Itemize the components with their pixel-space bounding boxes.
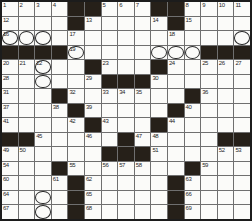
cell-r6-c5[interactable] (68, 75, 84, 89)
cell-r13-c10[interactable] (151, 176, 167, 190)
black-cell-r15-c5 (68, 205, 84, 219)
clue-number-49: 49 (3, 147, 9, 153)
cell-r9-c15[interactable] (234, 118, 250, 132)
cell-r10-c9[interactable]: 47 (135, 133, 151, 147)
cell-r13-c13[interactable] (201, 176, 217, 190)
cell-r3-c6[interactable] (85, 31, 101, 45)
cell-r7-c5[interactable]: 32 (68, 89, 84, 103)
clue-number-2: 2 (20, 2, 23, 8)
clue-number-29: 29 (86, 75, 92, 81)
black-cell-r2-c11 (168, 17, 184, 31)
circle-marker-r4-c10 (151, 46, 167, 60)
clue-number-30: 30 (152, 75, 158, 81)
cell-r8-c15[interactable] (234, 104, 250, 118)
cell-r9-c14[interactable] (218, 118, 234, 132)
cell-r12-c11[interactable] (168, 162, 184, 176)
clue-number-31: 31 (3, 89, 9, 95)
cell-r1-c7[interactable]: 5 (102, 2, 118, 16)
cell-r13-c15[interactable] (234, 176, 250, 190)
clue-number-45: 45 (36, 133, 42, 139)
cell-r3-c13[interactable] (201, 31, 217, 45)
cell-r4-c9[interactable] (135, 46, 151, 60)
black-cell-r9-c10 (151, 118, 167, 132)
cell-r14-c13[interactable] (201, 191, 217, 205)
cell-r7-c7[interactable]: 33 (102, 89, 118, 103)
black-cell-r1-c6 (85, 2, 101, 16)
clue-number-59: 59 (202, 162, 208, 168)
cell-r1-c2[interactable]: 2 (19, 2, 35, 16)
cell-r11-c13[interactable] (201, 147, 217, 161)
cell-r5-c14[interactable]: 26 (218, 60, 234, 74)
circle-marker-r4-c12 (185, 46, 201, 60)
circle-marker-r4-c11 (168, 46, 184, 60)
cell-r12-c10[interactable] (151, 162, 167, 176)
clue-number-20: 20 (3, 60, 9, 66)
cell-r5-c13[interactable]: 25 (201, 60, 217, 74)
cell-r7-c1[interactable]: 31 (2, 89, 18, 103)
cell-r14-c2[interactable] (19, 191, 35, 205)
black-cell-r14-c5 (68, 191, 84, 205)
cell-r11-c4[interactable] (52, 147, 68, 161)
black-cell-r6-c9 (135, 75, 151, 89)
black-cell-r5-c10 (151, 60, 167, 74)
cell-r15-c10[interactable] (151, 205, 167, 219)
black-cell-r11-c8 (118, 147, 134, 161)
clue-number-34: 34 (119, 89, 125, 95)
black-cell-r6-c8 (118, 75, 134, 89)
cell-r11-c10[interactable]: 51 (151, 147, 167, 161)
clue-number-41: 41 (3, 118, 9, 124)
cell-r13-c1[interactable]: 60 (2, 176, 18, 190)
cell-r2-c8[interactable] (118, 17, 134, 31)
cell-r9-c1[interactable]: 41 (2, 118, 18, 132)
cell-r5-c5[interactable] (68, 60, 84, 74)
cell-r5-c8[interactable] (118, 60, 134, 74)
cell-r15-c1[interactable]: 67 (2, 205, 18, 219)
cell-r1-c3[interactable]: 3 (35, 2, 51, 16)
cell-r3-c12[interactable] (185, 31, 201, 45)
cell-r9-c8[interactable] (118, 118, 134, 132)
black-cell-r10-c8 (118, 133, 134, 147)
cell-r11-c12[interactable] (185, 147, 201, 161)
cell-r3-c10[interactable] (151, 31, 167, 45)
cell-r3-c2[interactable] (19, 31, 35, 45)
clue-number-54: 54 (3, 162, 9, 168)
clue-number-10: 10 (219, 2, 225, 8)
cell-r13-c3[interactable] (35, 176, 51, 190)
black-cell-r12-c12 (185, 162, 201, 176)
circle-marker-r3-c3 (35, 31, 51, 45)
clue-number-42: 42 (69, 118, 75, 124)
cell-r2-c2[interactable] (19, 17, 35, 31)
clue-number-12: 12 (3, 17, 9, 23)
cell-r5-c1[interactable]: 20 (2, 60, 18, 74)
cell-r7-c6[interactable] (85, 89, 101, 103)
cell-r15-c6[interactable]: 68 (85, 205, 101, 219)
cell-r2-c15[interactable] (234, 17, 250, 31)
cell-r10-c13[interactable] (201, 133, 217, 147)
clue-number-52: 52 (219, 147, 225, 153)
clue-number-65: 65 (86, 191, 92, 197)
black-cell-r10-c2 (19, 133, 35, 147)
cell-r14-c7[interactable] (102, 191, 118, 205)
cell-r15-c12[interactable]: 69 (185, 205, 201, 219)
cell-r14-c12[interactable]: 66 (185, 191, 201, 205)
cell-r10-c10[interactable]: 48 (151, 133, 167, 147)
cell-r15-c9[interactable] (135, 205, 151, 219)
cell-r14-c14[interactable] (218, 191, 234, 205)
black-cell-r1-c5 (68, 2, 84, 16)
cell-r2-c13[interactable] (201, 17, 217, 31)
clue-number-33: 33 (103, 89, 109, 95)
cell-r9-c5[interactable]: 42 (68, 118, 84, 132)
cell-r9-c7[interactable]: 43 (102, 118, 118, 132)
circle-marker-r15-c3 (35, 205, 51, 219)
clue-number-66: 66 (186, 191, 192, 197)
clue-number-5: 5 (103, 2, 106, 8)
clue-number-61: 61 (53, 176, 59, 182)
cell-r1-c12[interactable]: 8 (185, 2, 201, 16)
cell-r5-c7[interactable]: 23 (102, 60, 118, 74)
black-cell-r10-c1 (2, 133, 18, 147)
clue-number-6: 6 (119, 2, 122, 8)
cell-r5-c2[interactable]: 21 (19, 60, 35, 74)
cell-r6-c2[interactable] (19, 75, 35, 89)
cell-r4-c7[interactable] (102, 46, 118, 60)
clue-number-11: 11 (235, 2, 240, 8)
cell-r9-c9[interactable] (135, 118, 151, 132)
cell-r8-c12[interactable]: 40 (185, 104, 201, 118)
black-cell-r8-c11 (168, 104, 184, 118)
cell-r12-c6[interactable] (85, 162, 101, 176)
cell-r7-c8[interactable]: 34 (118, 89, 134, 103)
cell-r1-c9[interactable]: 7 (135, 2, 151, 16)
cell-r13-c7[interactable] (102, 176, 118, 190)
cell-r9-c2[interactable] (19, 118, 35, 132)
cell-r11-c5[interactable] (68, 147, 84, 161)
cell-r8-c9[interactable] (135, 104, 151, 118)
clue-number-1: 1 (3, 2, 6, 8)
clue-number-9: 9 (202, 2, 205, 8)
cell-r14-c4[interactable] (52, 191, 68, 205)
circle-marker-r3-c15 (234, 31, 250, 45)
cell-r8-c6[interactable]: 39 (85, 104, 101, 118)
cell-r2-c10[interactable]: 14 (151, 17, 167, 31)
cell-r5-c12[interactable] (185, 60, 201, 74)
cell-r8-c14[interactable] (218, 104, 234, 118)
circle-marker-r6-c3 (35, 75, 51, 89)
cell-r10-c3[interactable]: 45 (35, 133, 51, 147)
clue-number-60: 60 (3, 176, 9, 182)
clue-number-14: 14 (152, 17, 158, 23)
cell-r4-c11[interactable] (168, 46, 184, 60)
cell-r15-c7[interactable] (102, 205, 118, 219)
cell-r15-c3[interactable] (35, 205, 51, 219)
cell-r12-c7[interactable]: 56 (102, 162, 118, 176)
cell-r5-c3[interactable]: 22 (35, 60, 51, 74)
cell-r12-c14[interactable] (218, 162, 234, 176)
circle-marker-r3-c2 (19, 31, 35, 45)
black-cell-r11-c9 (135, 147, 151, 161)
cell-r13-c9[interactable] (135, 176, 151, 190)
cell-r3-c14[interactable] (218, 31, 234, 45)
black-cell-r4-c1 (2, 46, 18, 60)
cell-r14-c3[interactable] (35, 191, 51, 205)
cell-r14-c8[interactable] (118, 191, 134, 205)
clue-number-43: 43 (103, 118, 109, 124)
black-cell-r10-c14 (218, 133, 234, 147)
cell-r8-c2[interactable] (19, 104, 35, 118)
cell-r10-c11[interactable] (168, 133, 184, 147)
cell-r12-c15[interactable] (234, 162, 250, 176)
cell-r6-c13[interactable] (201, 75, 217, 89)
cell-r6-c11[interactable] (168, 75, 184, 89)
circle-marker-r14-c3 (35, 191, 51, 205)
black-cell-r10-c15 (234, 133, 250, 147)
clue-number-8: 8 (186, 2, 189, 8)
cell-r8-c4[interactable]: 38 (52, 104, 68, 118)
clue-number-48: 48 (152, 133, 158, 139)
cell-r7-c14[interactable] (218, 89, 234, 103)
black-cell-r4-c2 (19, 46, 35, 60)
cell-r9-c12[interactable] (185, 118, 201, 132)
cell-r15-c4[interactable] (52, 205, 68, 219)
black-cell-r7-c12 (185, 89, 201, 103)
cell-r7-c10[interactable] (151, 89, 167, 103)
cell-r7-c13[interactable]: 36 (201, 89, 217, 103)
clue-number-37: 37 (3, 104, 9, 110)
cell-r10-c7[interactable] (102, 133, 118, 147)
cell-r2-c9[interactable] (135, 17, 151, 31)
cell-r14-c10[interactable] (151, 191, 167, 205)
cell-r4-c12[interactable] (185, 46, 201, 60)
cell-r13-c4[interactable]: 61 (52, 176, 68, 190)
cell-r8-c13[interactable] (201, 104, 217, 118)
cell-r10-c5[interactable] (68, 133, 84, 147)
cell-r11-c15[interactable]: 53 (234, 147, 250, 161)
cell-r10-c6[interactable]: 46 (85, 133, 101, 147)
cell-r3-c4[interactable] (52, 31, 68, 45)
cell-r7-c11[interactable] (168, 89, 184, 103)
black-cell-r5-c6 (85, 60, 101, 74)
cell-r6-c4[interactable] (52, 75, 68, 89)
cell-r2-c6[interactable]: 13 (85, 17, 101, 31)
cell-r4-c5[interactable]: 19 (68, 46, 84, 60)
cell-r7-c9[interactable]: 35 (135, 89, 151, 103)
cell-r5-c4[interactable] (52, 60, 68, 74)
cell-r11-c6[interactable] (85, 147, 101, 161)
cell-r1-c13[interactable]: 9 (201, 2, 217, 16)
cell-r6-c6[interactable]: 29 (85, 75, 101, 89)
cell-r13-c2[interactable] (19, 176, 35, 190)
black-cell-r8-c5 (68, 104, 84, 118)
cell-r5-c9[interactable] (135, 60, 151, 74)
cell-r8-c7[interactable] (102, 104, 118, 118)
cell-r12-c2[interactable] (19, 162, 35, 176)
clue-number-68: 68 (86, 205, 92, 211)
cell-r8-c8[interactable] (118, 104, 134, 118)
black-cell-r12-c4 (52, 162, 68, 176)
cell-r9-c4[interactable] (52, 118, 68, 132)
black-cell-r6-c7 (102, 75, 118, 89)
clue-number-57: 57 (119, 162, 125, 168)
cell-r4-c10[interactable] (151, 46, 167, 60)
cell-r4-c8[interactable] (118, 46, 134, 60)
clue-number-47: 47 (136, 133, 142, 139)
clue-number-51: 51 (152, 147, 158, 153)
black-cell-r11-c7 (102, 147, 118, 161)
black-cell-r4-c15 (234, 46, 250, 60)
cell-r8-c10[interactable] (151, 104, 167, 118)
clue-number-40: 40 (186, 104, 192, 110)
cell-r14-c15[interactable] (234, 191, 250, 205)
clue-number-17: 17 (69, 31, 75, 37)
cell-r2-c14[interactable] (218, 17, 234, 31)
cell-r2-c7[interactable] (102, 17, 118, 31)
clue-number-56: 56 (103, 162, 109, 168)
cell-r7-c2[interactable] (19, 89, 35, 103)
clue-number-23: 23 (103, 60, 109, 66)
cell-r9-c13[interactable] (201, 118, 217, 132)
clue-number-3: 3 (36, 2, 39, 8)
cell-r3-c11[interactable]: 18 (168, 31, 184, 45)
clue-number-4: 4 (53, 2, 56, 8)
crossword-grid: 1234567891011121314151617181920212223242… (0, 0, 252, 221)
cell-r14-c6[interactable]: 65 (85, 191, 101, 205)
cell-r9-c11[interactable]: 44 (168, 118, 184, 132)
cell-r2-c3[interactable] (35, 17, 51, 31)
black-cell-r4-c13 (201, 46, 217, 60)
cell-r10-c4[interactable] (52, 133, 68, 147)
clue-number-36: 36 (202, 89, 208, 95)
black-cell-r7-c4 (52, 89, 68, 103)
cell-r5-c15[interactable]: 27 (234, 60, 250, 74)
cell-r12-c5[interactable]: 55 (68, 162, 84, 176)
cell-r3-c9[interactable] (135, 31, 151, 45)
clue-number-50: 50 (20, 147, 26, 153)
clue-number-44: 44 (169, 118, 175, 124)
cell-r1-c8[interactable]: 6 (118, 2, 134, 16)
clue-number-38: 38 (53, 104, 59, 110)
clue-number-67: 67 (3, 205, 9, 211)
cell-r6-c15[interactable] (234, 75, 250, 89)
cell-r2-c4[interactable] (52, 17, 68, 31)
cell-r14-c9[interactable] (135, 191, 151, 205)
cell-r12-c9[interactable]: 58 (135, 162, 151, 176)
cell-r11-c3[interactable] (35, 147, 51, 161)
black-cell-r4-c14 (218, 46, 234, 60)
clue-number-64: 64 (3, 191, 9, 197)
cell-r7-c15[interactable] (234, 89, 250, 103)
clue-number-53: 53 (235, 147, 241, 153)
cell-r13-c14[interactable] (218, 176, 234, 190)
clue-number-22: 22 (36, 60, 42, 66)
clue-number-27: 27 (235, 60, 241, 66)
cell-r13-c8[interactable] (118, 176, 134, 190)
cell-r12-c3[interactable] (35, 162, 51, 176)
black-cell-r15-c11 (168, 205, 184, 219)
cell-r4-c6[interactable] (85, 46, 101, 60)
cell-r15-c2[interactable] (19, 205, 35, 219)
clue-number-55: 55 (69, 162, 75, 168)
black-cell-r14-c11 (168, 191, 184, 205)
cell-r1-c15[interactable]: 11 (234, 2, 250, 16)
cell-r1-c14[interactable]: 10 (218, 2, 234, 16)
cell-r8-c1[interactable]: 37 (2, 104, 18, 118)
clue-number-39: 39 (86, 104, 92, 110)
cell-r12-c8[interactable]: 57 (118, 162, 134, 176)
black-cell-r1-c10 (151, 2, 167, 16)
cell-r9-c3[interactable] (35, 118, 51, 132)
cell-r6-c10[interactable]: 30 (151, 75, 167, 89)
clue-number-62: 62 (86, 176, 92, 182)
cell-r11-c14[interactable]: 52 (218, 147, 234, 161)
cell-r15-c15[interactable] (234, 205, 250, 219)
clue-number-7: 7 (136, 2, 139, 8)
clue-number-46: 46 (86, 133, 92, 139)
clue-number-58: 58 (136, 162, 142, 168)
cell-r3-c7[interactable] (102, 31, 118, 45)
cell-r11-c11[interactable] (168, 147, 184, 161)
black-cell-r13-c11 (168, 176, 184, 190)
cell-r6-c1[interactable]: 28 (2, 75, 18, 89)
cell-r15-c8[interactable] (118, 205, 134, 219)
cell-r6-c12[interactable] (185, 75, 201, 89)
cell-r6-c14[interactable] (218, 75, 234, 89)
black-cell-r13-c5 (68, 176, 84, 190)
cell-r11-c2[interactable]: 50 (19, 147, 35, 161)
clue-number-26: 26 (219, 60, 225, 66)
cell-r6-c3[interactable] (35, 75, 51, 89)
cell-r2-c1[interactable]: 12 (2, 17, 18, 31)
clue-number-16: 16 (3, 31, 9, 37)
cell-r3-c1[interactable]: 16 (2, 31, 18, 45)
clue-number-25: 25 (202, 60, 208, 66)
cell-r3-c15[interactable] (234, 31, 250, 45)
black-cell-r9-c6 (85, 118, 101, 132)
clue-number-19: 19 (69, 46, 75, 52)
cell-r11-c1[interactable]: 49 (2, 147, 18, 161)
clue-number-13: 13 (86, 17, 92, 23)
cell-r1-c4[interactable]: 4 (52, 2, 68, 16)
clue-number-63: 63 (186, 176, 192, 182)
cell-r13-c12[interactable]: 63 (185, 176, 201, 190)
clue-number-24: 24 (169, 60, 175, 66)
cell-r3-c5[interactable]: 17 (68, 31, 84, 45)
cell-r15-c13[interactable] (201, 205, 217, 219)
cell-r5-c11[interactable]: 24 (168, 60, 184, 74)
cell-r12-c1[interactable]: 54 (2, 162, 18, 176)
cell-r8-c3[interactable] (35, 104, 51, 118)
cell-r3-c8[interactable] (118, 31, 134, 45)
cell-r2-c12[interactable]: 15 (185, 17, 201, 31)
clue-number-69: 69 (186, 205, 192, 211)
clue-number-32: 32 (69, 89, 75, 95)
cell-r7-c3[interactable] (35, 89, 51, 103)
cell-r13-c6[interactable]: 62 (85, 176, 101, 190)
cell-r1-c1[interactable]: 1 (2, 2, 18, 16)
clue-number-18: 18 (169, 31, 175, 37)
cell-r15-c14[interactable] (218, 205, 234, 219)
cell-r3-c3[interactable] (35, 31, 51, 45)
clue-number-28: 28 (3, 75, 9, 81)
cell-r10-c12[interactable] (185, 133, 201, 147)
black-cell-r4-c3 (35, 46, 51, 60)
cell-r12-c13[interactable]: 59 (201, 162, 217, 176)
cell-r14-c1[interactable]: 64 (2, 191, 18, 205)
clue-number-21: 21 (20, 60, 26, 66)
clue-number-35: 35 (136, 89, 142, 95)
